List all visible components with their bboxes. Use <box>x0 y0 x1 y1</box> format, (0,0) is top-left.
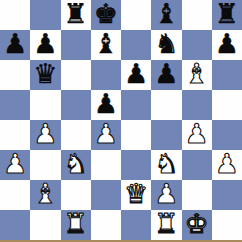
square-a5[interactable] <box>0 90 30 120</box>
square-c1[interactable]: ♜ <box>61 210 91 240</box>
square-f2[interactable]: ♟ <box>151 180 181 210</box>
square-f5[interactable] <box>151 90 181 120</box>
square-a6[interactable] <box>0 60 30 90</box>
square-c4[interactable] <box>61 120 91 150</box>
black-pawn-icon[interactable]: ♟ <box>154 60 178 89</box>
black-bishop-icon[interactable]: ♝ <box>154 0 178 29</box>
square-d3[interactable] <box>91 150 121 180</box>
square-f7[interactable]: ♞ <box>151 30 181 60</box>
square-e2[interactable]: ♛ <box>121 180 151 210</box>
white-pawn-icon[interactable]: ♟ <box>3 150 27 179</box>
square-b2[interactable]: ♝ <box>30 180 60 210</box>
square-e8[interactable] <box>121 0 151 30</box>
black-rook-icon[interactable]: ♜ <box>64 0 88 29</box>
square-b7[interactable]: ♟ <box>30 30 60 60</box>
black-king-icon[interactable]: ♚ <box>94 0 118 29</box>
white-pawn-icon[interactable]: ♟ <box>185 120 209 149</box>
square-f1[interactable]: ♜ <box>151 210 181 240</box>
square-b4[interactable]: ♟ <box>30 120 60 150</box>
square-d7[interactable]: ♝ <box>91 30 121 60</box>
black-pawn-icon[interactable]: ♟ <box>124 60 148 89</box>
chess-board: ♜♚♝♜♟♟♝♞♟♛♟♟♝♟♟♟♟♟♞♞♟♝♛♟♜♜♚ <box>0 0 242 242</box>
square-d5[interactable]: ♟ <box>91 90 121 120</box>
square-h3[interactable]: ♟ <box>212 150 242 180</box>
square-g4[interactable]: ♟ <box>182 120 212 150</box>
square-b6[interactable]: ♛ <box>30 60 60 90</box>
square-a3[interactable]: ♟ <box>0 150 30 180</box>
square-d4[interactable]: ♟ <box>91 120 121 150</box>
square-h2[interactable] <box>212 180 242 210</box>
black-knight-icon[interactable]: ♞ <box>154 30 178 59</box>
white-knight-icon[interactable]: ♞ <box>64 150 88 179</box>
square-e7[interactable] <box>121 30 151 60</box>
square-h6[interactable] <box>212 60 242 90</box>
square-h5[interactable] <box>212 90 242 120</box>
square-h1[interactable] <box>212 210 242 240</box>
square-g2[interactable] <box>182 180 212 210</box>
square-g5[interactable] <box>182 90 212 120</box>
black-rook-icon[interactable]: ♜ <box>215 0 239 29</box>
square-c7[interactable] <box>61 30 91 60</box>
square-f8[interactable]: ♝ <box>151 0 181 30</box>
white-king-icon[interactable]: ♚ <box>185 210 209 239</box>
black-pawn-icon[interactable]: ♟ <box>33 30 57 59</box>
square-c2[interactable] <box>61 180 91 210</box>
white-knight-icon[interactable]: ♞ <box>154 150 178 179</box>
square-h7[interactable]: ♟ <box>212 30 242 60</box>
white-pawn-icon[interactable]: ♟ <box>94 120 118 149</box>
white-bishop-icon[interactable]: ♝ <box>185 60 209 89</box>
black-pawn-icon[interactable]: ♟ <box>3 30 27 59</box>
white-pawn-icon[interactable]: ♟ <box>154 180 178 209</box>
square-b5[interactable] <box>30 90 60 120</box>
square-e4[interactable] <box>121 120 151 150</box>
square-g7[interactable] <box>182 30 212 60</box>
white-pawn-icon[interactable]: ♟ <box>215 150 239 179</box>
black-queen-icon[interactable]: ♛ <box>33 60 57 89</box>
square-c6[interactable] <box>61 60 91 90</box>
square-c5[interactable] <box>61 90 91 120</box>
square-a1[interactable] <box>0 210 30 240</box>
square-e5[interactable] <box>121 90 151 120</box>
square-f3[interactable]: ♞ <box>151 150 181 180</box>
square-a7[interactable]: ♟ <box>0 30 30 60</box>
square-h4[interactable] <box>212 120 242 150</box>
white-rook-icon[interactable]: ♜ <box>64 210 88 239</box>
square-b3[interactable] <box>30 150 60 180</box>
square-e6[interactable]: ♟ <box>121 60 151 90</box>
square-f4[interactable] <box>151 120 181 150</box>
white-rook-icon[interactable]: ♜ <box>154 210 178 239</box>
board-grid: ♜♚♝♜♟♟♝♞♟♛♟♟♝♟♟♟♟♟♞♞♟♝♛♟♜♜♚ <box>0 0 242 240</box>
square-g8[interactable] <box>182 0 212 30</box>
square-d1[interactable] <box>91 210 121 240</box>
black-pawn-icon[interactable]: ♟ <box>215 30 239 59</box>
square-d6[interactable] <box>91 60 121 90</box>
square-e3[interactable] <box>121 150 151 180</box>
square-e1[interactable] <box>121 210 151 240</box>
square-a2[interactable] <box>0 180 30 210</box>
square-g6[interactable]: ♝ <box>182 60 212 90</box>
square-h8[interactable]: ♜ <box>212 0 242 30</box>
square-g3[interactable] <box>182 150 212 180</box>
square-c3[interactable]: ♞ <box>61 150 91 180</box>
square-b1[interactable] <box>30 210 60 240</box>
black-bishop-icon[interactable]: ♝ <box>94 30 118 59</box>
white-pawn-icon[interactable]: ♟ <box>33 120 57 149</box>
white-bishop-icon[interactable]: ♝ <box>33 180 57 209</box>
square-a4[interactable] <box>0 120 30 150</box>
square-a8[interactable] <box>0 0 30 30</box>
square-c8[interactable]: ♜ <box>61 0 91 30</box>
square-b8[interactable] <box>30 0 60 30</box>
square-f6[interactable]: ♟ <box>151 60 181 90</box>
white-queen-icon[interactable]: ♛ <box>124 180 148 209</box>
black-pawn-icon[interactable]: ♟ <box>94 90 118 119</box>
square-g1[interactable]: ♚ <box>182 210 212 240</box>
square-d2[interactable] <box>91 180 121 210</box>
square-d8[interactable]: ♚ <box>91 0 121 30</box>
